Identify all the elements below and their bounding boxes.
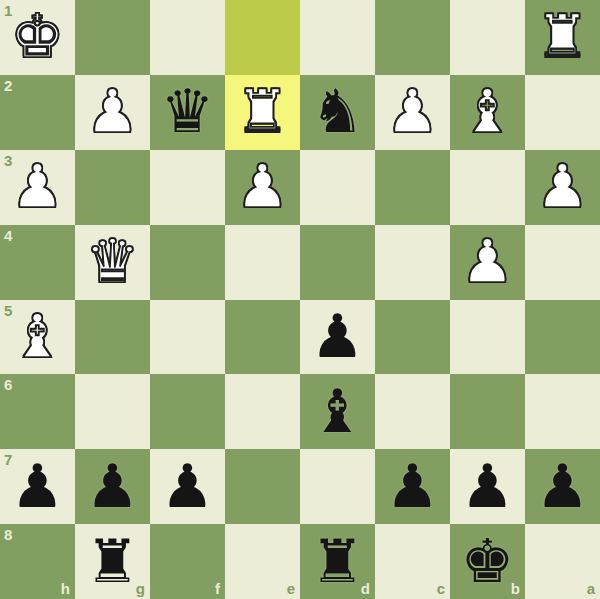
square-h8[interactable]: 8h xyxy=(0,524,75,599)
white-king-h1[interactable]: ♚ xyxy=(11,6,65,66)
square-d7[interactable] xyxy=(300,449,375,524)
square-h6[interactable]: 6 xyxy=(0,374,75,449)
black-bishop-d6[interactable]: ♝ xyxy=(311,381,365,441)
white-pawn-h3[interactable]: ♟ xyxy=(11,156,65,216)
square-c8[interactable]: c xyxy=(375,524,450,599)
black-rook-d8[interactable]: ♜ xyxy=(311,531,365,591)
square-g8[interactable]: g♜ xyxy=(75,524,150,599)
square-b4[interactable]: ♟ xyxy=(450,225,525,300)
square-h1[interactable]: 1♚ xyxy=(0,0,75,75)
square-b7[interactable]: ♟ xyxy=(450,449,525,524)
file-label-f: f xyxy=(215,581,220,596)
square-b2[interactable]: ♝ xyxy=(450,75,525,150)
square-d6[interactable]: ♝ xyxy=(300,374,375,449)
black-pawn-c7[interactable]: ♟ xyxy=(386,456,440,516)
square-h5[interactable]: 5♝ xyxy=(0,300,75,375)
square-e1[interactable] xyxy=(225,0,300,75)
file-label-c: c xyxy=(437,581,445,596)
square-b8[interactable]: b♚ xyxy=(450,524,525,599)
square-g3[interactable] xyxy=(75,150,150,225)
square-c1[interactable] xyxy=(375,0,450,75)
black-pawn-g7[interactable]: ♟ xyxy=(86,456,140,516)
black-pawn-f7[interactable]: ♟ xyxy=(161,456,215,516)
square-a1[interactable]: ♜ xyxy=(525,0,600,75)
black-pawn-d5[interactable]: ♟ xyxy=(311,306,365,366)
chess-board: 1♚♜2♟♛♜♞♟♝3♟♟♟4♛♟5♝♟6♝7♟♟♟♟♟♟8hg♜fed♜cb♚… xyxy=(0,0,600,599)
rank-label-2: 2 xyxy=(4,78,12,93)
file-label-h: h xyxy=(61,581,70,596)
square-c5[interactable] xyxy=(375,300,450,375)
square-b3[interactable] xyxy=(450,150,525,225)
square-f8[interactable]: f xyxy=(150,524,225,599)
square-f7[interactable]: ♟ xyxy=(150,449,225,524)
square-h3[interactable]: 3♟ xyxy=(0,150,75,225)
square-e7[interactable] xyxy=(225,449,300,524)
square-a3[interactable]: ♟ xyxy=(525,150,600,225)
white-pawn-b4[interactable]: ♟ xyxy=(461,231,515,291)
white-pawn-g2[interactable]: ♟ xyxy=(86,81,140,141)
square-a5[interactable] xyxy=(525,300,600,375)
rank-label-8: 8 xyxy=(4,527,12,542)
square-e2[interactable]: ♜ xyxy=(225,75,300,150)
square-e6[interactable] xyxy=(225,374,300,449)
white-rook-e2[interactable]: ♜ xyxy=(236,81,290,141)
square-h2[interactable]: 2 xyxy=(0,75,75,150)
square-e4[interactable] xyxy=(225,225,300,300)
black-rook-g8[interactable]: ♜ xyxy=(86,531,140,591)
square-b1[interactable] xyxy=(450,0,525,75)
white-queen-g4[interactable]: ♛ xyxy=(86,231,140,291)
square-f5[interactable] xyxy=(150,300,225,375)
square-b6[interactable] xyxy=(450,374,525,449)
square-h4[interactable]: 4 xyxy=(0,225,75,300)
square-g1[interactable] xyxy=(75,0,150,75)
square-c2[interactable]: ♟ xyxy=(375,75,450,150)
file-label-e: e xyxy=(287,581,295,596)
square-h7[interactable]: 7♟ xyxy=(0,449,75,524)
white-bishop-h5[interactable]: ♝ xyxy=(11,306,65,366)
square-g2[interactable]: ♟ xyxy=(75,75,150,150)
square-d5[interactable]: ♟ xyxy=(300,300,375,375)
square-a4[interactable] xyxy=(525,225,600,300)
square-a2[interactable] xyxy=(525,75,600,150)
black-pawn-a7[interactable]: ♟ xyxy=(536,456,590,516)
square-b5[interactable] xyxy=(450,300,525,375)
rank-label-6: 6 xyxy=(4,377,12,392)
white-bishop-b2[interactable]: ♝ xyxy=(461,81,515,141)
square-f3[interactable] xyxy=(150,150,225,225)
square-a6[interactable] xyxy=(525,374,600,449)
square-d1[interactable] xyxy=(300,0,375,75)
square-c7[interactable]: ♟ xyxy=(375,449,450,524)
white-pawn-e3[interactable]: ♟ xyxy=(236,156,290,216)
square-f1[interactable] xyxy=(150,0,225,75)
square-c4[interactable] xyxy=(375,225,450,300)
white-rook-a1[interactable]: ♜ xyxy=(536,6,590,66)
square-f6[interactable] xyxy=(150,374,225,449)
square-d4[interactable] xyxy=(300,225,375,300)
square-a7[interactable]: ♟ xyxy=(525,449,600,524)
square-d2[interactable]: ♞ xyxy=(300,75,375,150)
square-a8[interactable]: a xyxy=(525,524,600,599)
white-pawn-a3[interactable]: ♟ xyxy=(536,156,590,216)
square-d3[interactable] xyxy=(300,150,375,225)
square-e3[interactable]: ♟ xyxy=(225,150,300,225)
square-e8[interactable]: e xyxy=(225,524,300,599)
square-g7[interactable]: ♟ xyxy=(75,449,150,524)
black-king-b8[interactable]: ♚ xyxy=(461,531,515,591)
white-pawn-c2[interactable]: ♟ xyxy=(386,81,440,141)
black-pawn-b7[interactable]: ♟ xyxy=(461,456,515,516)
square-f4[interactable] xyxy=(150,225,225,300)
rank-label-4: 4 xyxy=(4,228,12,243)
black-pawn-h7[interactable]: ♟ xyxy=(11,456,65,516)
square-f2[interactable]: ♛ xyxy=(150,75,225,150)
square-g5[interactable] xyxy=(75,300,150,375)
square-d8[interactable]: d♜ xyxy=(300,524,375,599)
black-queen-f2[interactable]: ♛ xyxy=(161,81,215,141)
square-c6[interactable] xyxy=(375,374,450,449)
square-c3[interactable] xyxy=(375,150,450,225)
square-g4[interactable]: ♛ xyxy=(75,225,150,300)
black-knight-d2[interactable]: ♞ xyxy=(311,81,365,141)
file-label-a: a xyxy=(587,581,595,596)
square-g6[interactable] xyxy=(75,374,150,449)
square-e5[interactable] xyxy=(225,300,300,375)
